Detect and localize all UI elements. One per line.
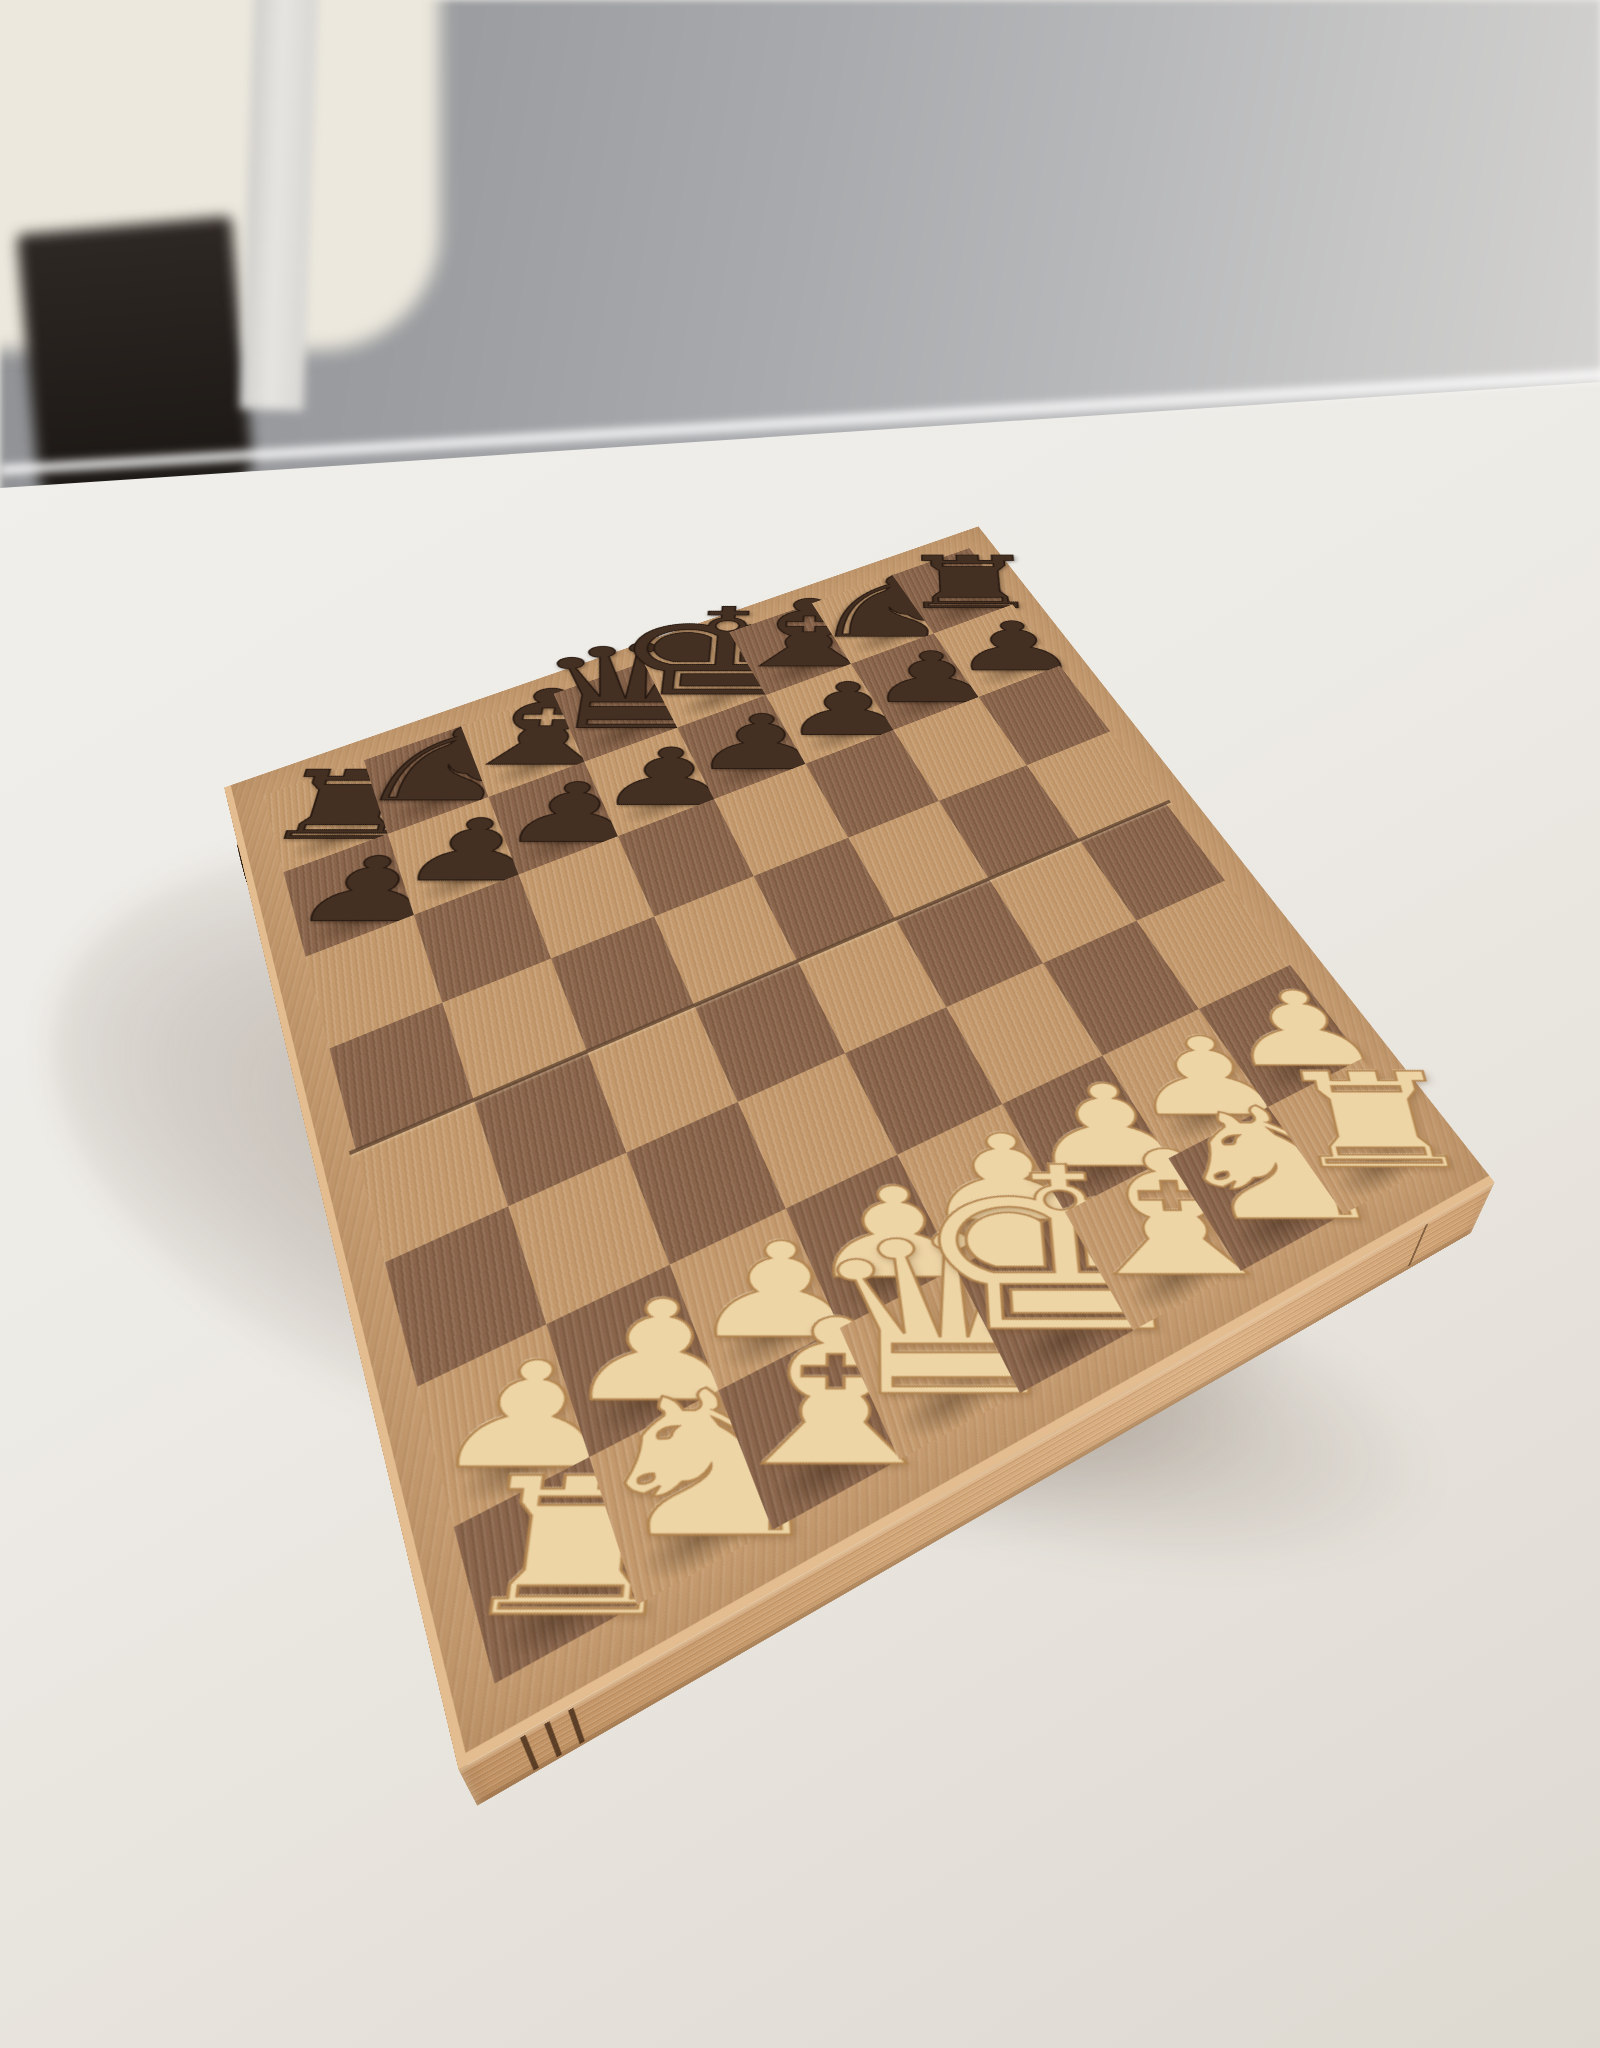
piece-shadow [1118, 1236, 1233, 1326]
square-b1[interactable]: ♞ [590, 1390, 773, 1604]
square-a4[interactable] [356, 1099, 509, 1262]
box-joint-line [1408, 1223, 1429, 1266]
piece-shadow [830, 1233, 946, 1323]
piece-shadow [1224, 1181, 1336, 1266]
square-a3[interactable] [385, 1206, 547, 1387]
piece-white-king-e1[interactable]: ♚ [902, 1148, 1243, 1356]
piece-shadow [1324, 1129, 1432, 1210]
piece-white-pawn-a2[interactable]: ♟ [421, 1350, 634, 1486]
square-d1[interactable]: ♛ [840, 1268, 1020, 1460]
square-d3[interactable] [738, 1053, 897, 1208]
square-d2[interactable]: ♟ [786, 1155, 955, 1327]
piece-shadow [492, 1558, 627, 1677]
piece-black-pawn-a7[interactable]: ♟ [282, 850, 455, 932]
board-grid: ♜♞♝♛♚♝♞♜♟♟♟♟♟♟♟♟♟♟♟♟♟♟♟♟♜♞♝♛♚♝♞♜ [264, 548, 1441, 1684]
square-a5[interactable] [329, 1003, 474, 1150]
decor-groove [520, 1735, 539, 1771]
square-c2[interactable]: ♟ [670, 1209, 840, 1390]
piece-shadow [711, 1290, 830, 1385]
piece-shadow [1006, 1293, 1124, 1388]
piece-white-pawn-b2[interactable]: ♟ [555, 1289, 756, 1417]
square-c3[interactable] [626, 1102, 786, 1265]
piece-white-knight-b1[interactable]: ♞ [568, 1374, 842, 1560]
square-b5[interactable] [443, 959, 587, 1100]
square-b2[interactable]: ♟ [547, 1265, 718, 1456]
piece-white-rook-a1[interactable]: ♜ [441, 1461, 700, 1637]
piece-white-pawn-c2[interactable]: ♟ [683, 1231, 873, 1353]
piece-shadow [763, 1418, 889, 1524]
piece-white-bishop-c1[interactable]: ♝ [694, 1303, 974, 1489]
piece-shadow [585, 1351, 708, 1451]
decor-groove [544, 1721, 562, 1757]
piece-shadow [631, 1486, 761, 1598]
decor-groove [568, 1708, 585, 1744]
square-e1[interactable]: ♚ [955, 1212, 1133, 1394]
chess-box: ♜♞♝♛♚♝♞♜♟♟♟♟♟♟♟♟♟♟♟♟♟♟♟♟♜♞♝♛♚♝♞♜ [224, 526, 1495, 1769]
square-c1[interactable]: ♝ [718, 1327, 899, 1530]
square-c4[interactable] [587, 1005, 738, 1153]
square-a2[interactable]: ♟ [417, 1324, 589, 1526]
piece-white-queen-d1[interactable]: ♛ [797, 1216, 1118, 1421]
piece-shadow [452, 1415, 579, 1521]
square-f1[interactable]: ♝ [1064, 1158, 1241, 1331]
chess-box-scene: ♜♞♝♛♚♝♞♜♟♟♟♟♟♟♟♟♟♟♟♟♟♟♟♟♜♞♝♛♚♝♞♜ [70, 240, 1530, 1800]
piece-shadow [888, 1354, 1010, 1454]
photo-scene: ♜♞♝♛♚♝♞♜♟♟♟♟♟♟♟♟♟♟♟♟♟♟♟♟♜♞♝♛♚♝♞♜ [0, 0, 1600, 2048]
square-b3[interactable] [509, 1153, 670, 1325]
square-d4[interactable] [694, 961, 844, 1102]
square-b4[interactable] [474, 1051, 626, 1206]
square-a1[interactable]: ♜ [454, 1456, 638, 1683]
